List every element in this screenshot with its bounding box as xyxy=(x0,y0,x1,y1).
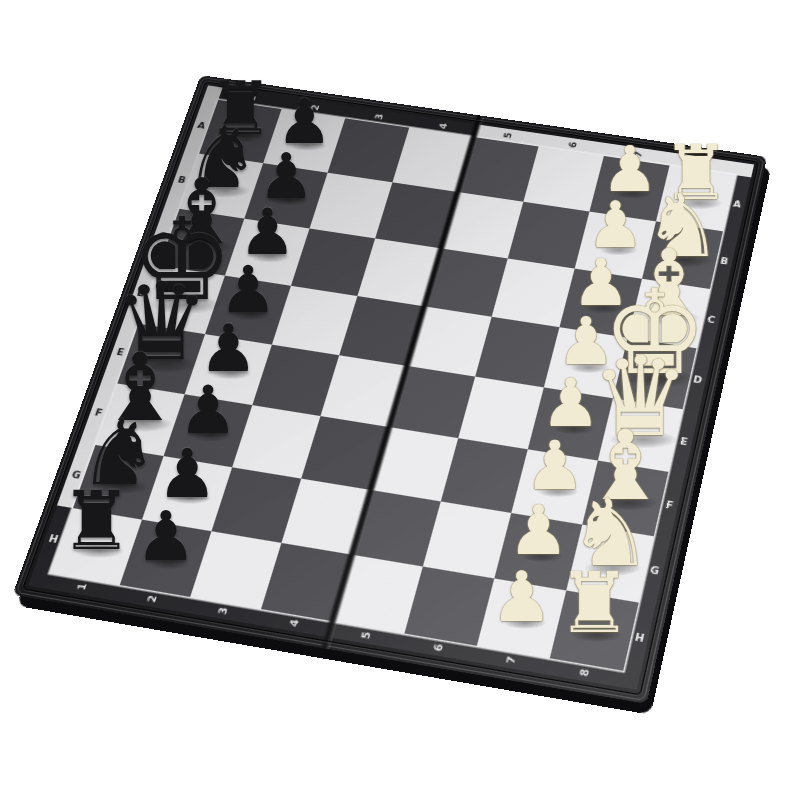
squares-grid xyxy=(50,100,736,671)
product-photo: AA11BB22CC33DD44EE55FF66GG77HH88 ♜♟♞♟♟♜♝… xyxy=(0,0,800,800)
square-e8 xyxy=(598,398,683,472)
square-f8 xyxy=(582,461,668,537)
square-g8 xyxy=(566,525,654,603)
chess-board: AA11BB22CC33DD44EE55FF66GG77HH88 xyxy=(12,75,767,704)
square-a8 xyxy=(656,166,736,232)
square-h8 xyxy=(550,590,639,670)
square-d8 xyxy=(613,338,696,410)
square-b8 xyxy=(642,221,723,289)
square-c8 xyxy=(628,279,710,349)
